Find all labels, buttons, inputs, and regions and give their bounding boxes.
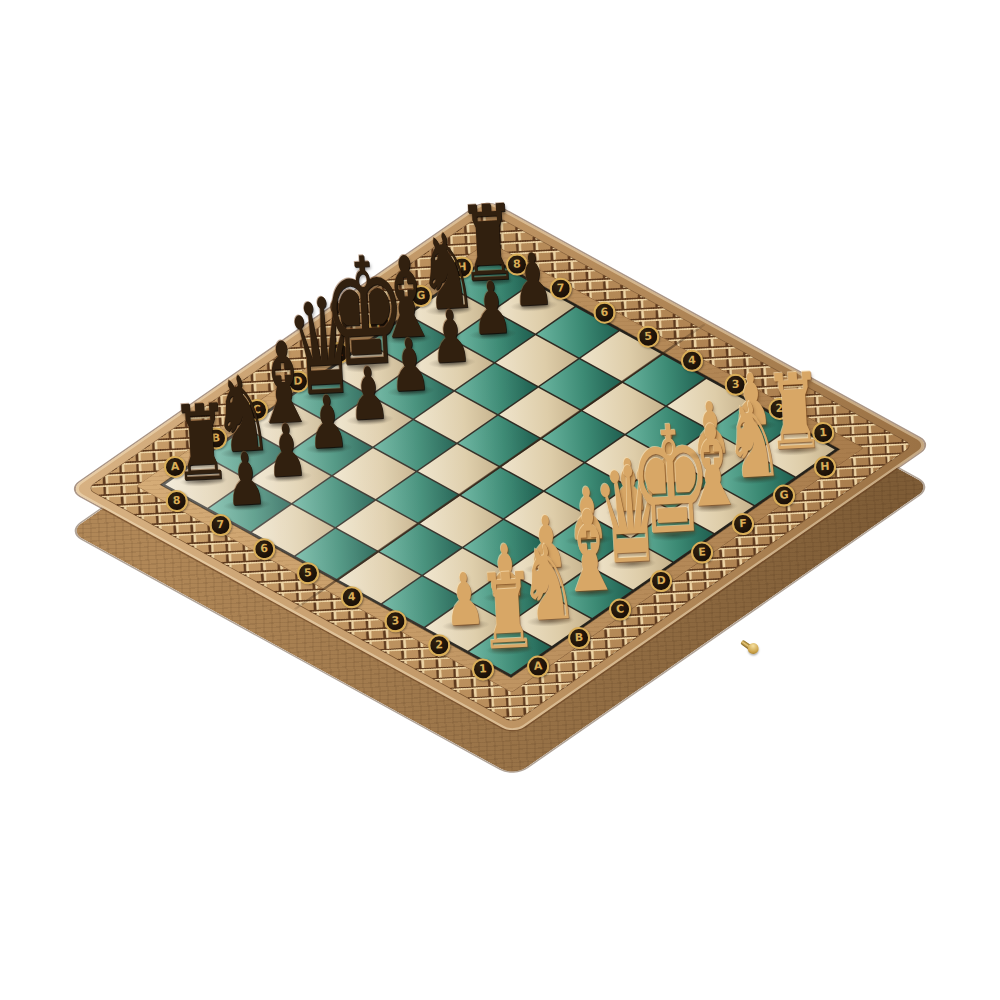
black-pawn[interactable]: ♟ [471, 275, 511, 337]
piece-glyph: ♟ [470, 271, 514, 345]
black-pawn[interactable]: ♟ [430, 303, 470, 365]
piece-glyph: ♜ [763, 359, 826, 466]
black-pawn[interactable]: ♟ [225, 446, 265, 508]
piece-glyph: ♟ [429, 300, 473, 374]
black-pawn[interactable]: ♟ [266, 417, 306, 479]
piece-glyph: ♟ [224, 442, 268, 516]
latch-pin [738, 636, 761, 657]
scene: AA11BB22CC33DD44EE55FF66GG77HH88 ♜♞♝♛♚♝♞… [0, 0, 1000, 1000]
white-rook[interactable]: ♜ [775, 391, 815, 453]
chess-board-box: AA11BB22CC33DD44EE55FF66GG77HH88 ♜♞♝♛♚♝♞… [69, 200, 930, 734]
piece-glyph: ♟ [347, 357, 391, 431]
black-pawn[interactable]: ♟ [389, 332, 429, 394]
black-pawn[interactable]: ♟ [348, 360, 388, 422]
black-pawn[interactable]: ♟ [512, 246, 552, 308]
piece-glyph: ♟ [388, 328, 432, 402]
piece-glyph: ♟ [511, 243, 555, 317]
